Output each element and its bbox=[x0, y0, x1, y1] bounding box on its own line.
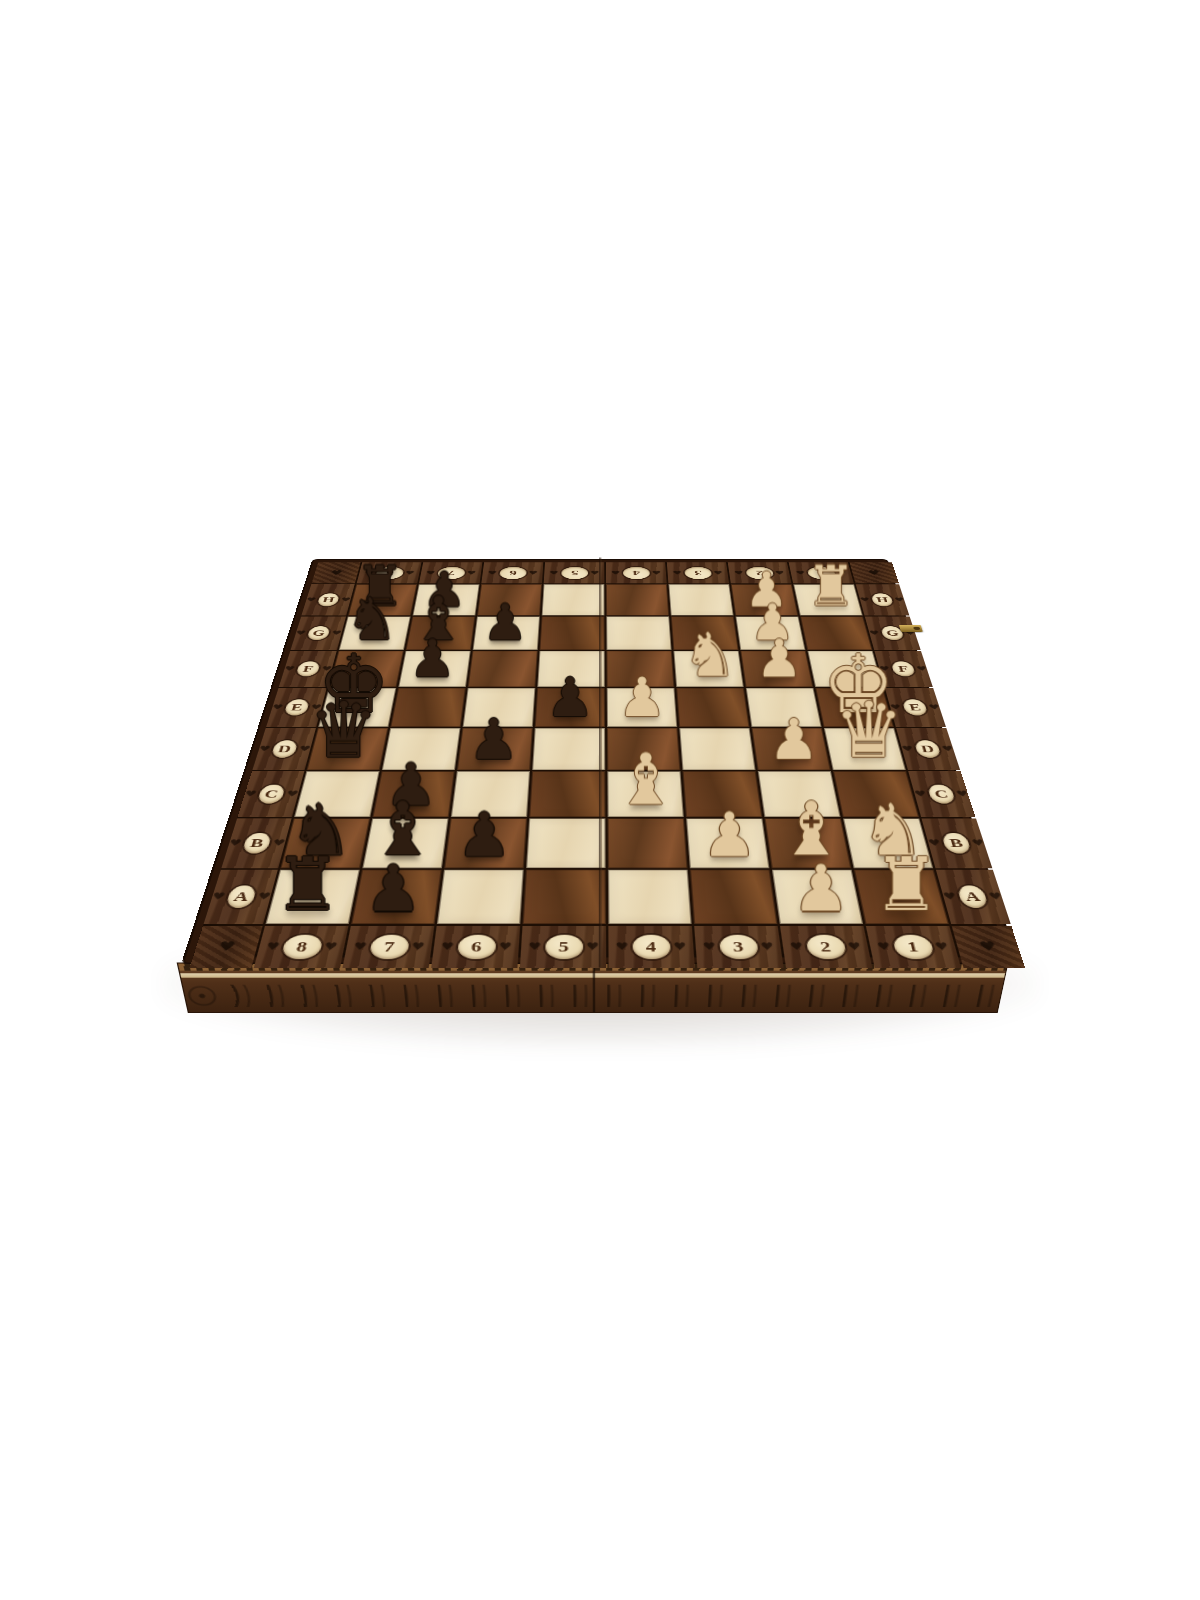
heart-motif: ♥ bbox=[549, 570, 559, 576]
heart-motif: ♥ bbox=[941, 744, 955, 752]
heart-motif: ♥ bbox=[411, 941, 426, 953]
square-d6[interactable]: ♟ bbox=[457, 728, 533, 770]
square-d1[interactable]: ♛ bbox=[824, 728, 906, 770]
heart-motif: ♥ bbox=[228, 838, 243, 848]
product-photo-canvas: ♥♥8♥♥7♥♥6♥♥5♥♥4♥♥3♥♥2♥♥1♥♥♥H♥♜♟♟♜♥H♥♥G♥♞… bbox=[0, 0, 1200, 1600]
heart-motif: ♥ bbox=[353, 941, 368, 953]
rank-label-5-front-cell: ♥5♥ bbox=[520, 926, 606, 968]
rank-label-2-front-cell: ♥2♥ bbox=[780, 926, 872, 968]
heart-motif: ♥ bbox=[673, 941, 687, 953]
rank-label-4-back-cell: ♥4♥ bbox=[606, 562, 667, 583]
heart-motif: ♥ bbox=[970, 838, 985, 848]
piece-bP-d6[interactable]: ♟ bbox=[468, 712, 518, 768]
rank-label-3-front-cell: ♥3♥ bbox=[694, 926, 783, 968]
heart-motif: ♥ bbox=[528, 941, 542, 953]
heart-motif: ♥ bbox=[615, 941, 628, 953]
heart-motif: ♥ bbox=[323, 941, 339, 953]
square-g4[interactable] bbox=[606, 616, 671, 649]
file-label-E-right: E bbox=[901, 699, 928, 715]
file-label-H-right-cell: ♥H♥ bbox=[856, 584, 910, 615]
square-a7[interactable]: ♟ bbox=[351, 870, 442, 924]
heart-motif: ♥ bbox=[440, 941, 454, 953]
frame-corner-back-left: ♥ bbox=[312, 562, 361, 583]
heart-motif: ♥ bbox=[867, 569, 881, 577]
heart-motif: ♥ bbox=[258, 744, 272, 752]
rank-label-8-front-cell: ♥8♥ bbox=[254, 926, 349, 968]
square-c5[interactable] bbox=[529, 771, 605, 817]
heart-motif: ♥ bbox=[789, 941, 804, 953]
piece-wP-e4[interactable]: ♟ bbox=[618, 671, 666, 725]
square-a4[interactable] bbox=[608, 870, 692, 924]
piece-bP-f7[interactable]: ♟ bbox=[409, 633, 456, 685]
rank-label-7-front: 7 bbox=[368, 934, 410, 958]
heart-motif: ♥ bbox=[331, 630, 343, 637]
rank-label-4-front: 4 bbox=[632, 934, 671, 958]
square-a6[interactable] bbox=[437, 870, 524, 924]
heart-motif: ♥ bbox=[942, 891, 958, 902]
piece-wP-a2[interactable]: ♟ bbox=[792, 857, 850, 921]
heart-motif: ♥ bbox=[987, 891, 1003, 902]
piece-bP-b6[interactable]: ♟ bbox=[457, 805, 512, 866]
heart-motif: ♥ bbox=[868, 630, 880, 637]
heart-motif: ♥ bbox=[859, 597, 870, 603]
file-label-D-right-cell: ♥D♥ bbox=[896, 728, 960, 770]
square-d2[interactable]: ♟ bbox=[752, 728, 831, 770]
piece-wR-a1[interactable]: ♜ bbox=[874, 848, 940, 922]
file-label-H-left: H bbox=[317, 593, 341, 606]
square-f7[interactable]: ♟ bbox=[398, 651, 470, 687]
rank-label-7-front-cell: ♥7♥ bbox=[342, 926, 434, 968]
square-h4[interactable] bbox=[606, 584, 669, 615]
file-label-D-right: D bbox=[913, 740, 941, 757]
heart-motif: ♥ bbox=[265, 941, 281, 953]
square-h5[interactable] bbox=[542, 584, 605, 615]
piece-wP-b3[interactable]: ♟ bbox=[702, 805, 757, 866]
square-b6[interactable]: ♟ bbox=[444, 818, 527, 868]
square-e3[interactable] bbox=[676, 688, 749, 727]
heart-motif: ♥ bbox=[702, 941, 716, 953]
heart-motif: ♥ bbox=[528, 570, 538, 576]
heart-motif: ♥ bbox=[652, 570, 662, 576]
rank-label-2-front: 2 bbox=[805, 934, 847, 958]
heart-motif: ♥ bbox=[498, 941, 512, 953]
piece-bP-g6[interactable]: ♟ bbox=[483, 598, 528, 648]
heart-motif: ♥ bbox=[934, 941, 950, 953]
frame-corner-front-left: ♥ bbox=[190, 926, 263, 968]
square-b4[interactable] bbox=[608, 818, 688, 868]
rank-label-6-back: 6 bbox=[499, 567, 527, 579]
rank-label-3-back: 3 bbox=[684, 567, 712, 579]
piece-wR-h1[interactable]: ♜ bbox=[806, 559, 856, 615]
heart-motif: ♥ bbox=[847, 941, 862, 953]
heart-motif: ♥ bbox=[243, 789, 257, 798]
square-d3[interactable] bbox=[679, 728, 755, 770]
square-c4[interactable]: ♝ bbox=[607, 771, 684, 817]
heart-motif: ♥ bbox=[283, 665, 295, 672]
board-front-edge bbox=[177, 963, 1009, 1013]
piece-bR-a8[interactable]: ♜ bbox=[275, 848, 341, 922]
rank-label-6-front: 6 bbox=[456, 934, 496, 958]
square-f3[interactable]: ♞ bbox=[674, 651, 744, 687]
frame-corner-back-right: ♥ bbox=[850, 562, 899, 583]
square-a1[interactable]: ♜ bbox=[854, 870, 949, 924]
heart-motif: ♥ bbox=[894, 597, 906, 603]
square-e7[interactable] bbox=[390, 688, 465, 727]
heart-motif: ♥ bbox=[977, 939, 998, 954]
heart-motif: ♥ bbox=[329, 569, 343, 577]
piece-wN-f3[interactable]: ♞ bbox=[683, 625, 737, 686]
square-e5[interactable]: ♟ bbox=[535, 688, 605, 727]
file-label-B-left: B bbox=[242, 833, 273, 854]
brass-clasp bbox=[899, 625, 923, 632]
heart-motif: ♥ bbox=[271, 703, 284, 711]
rank-label-4-back: 4 bbox=[623, 567, 650, 579]
file-label-D-left: D bbox=[271, 740, 299, 757]
rank-label-5-front: 5 bbox=[544, 934, 582, 958]
square-b5[interactable] bbox=[526, 818, 606, 868]
square-a8[interactable]: ♜ bbox=[265, 870, 359, 924]
heart-motif: ♥ bbox=[590, 570, 599, 576]
rank-label-3-front: 3 bbox=[718, 934, 758, 958]
front-edge-seam bbox=[593, 964, 596, 1013]
piece-bQ-d8[interactable]: ♛ bbox=[309, 691, 378, 768]
heart-motif: ♥ bbox=[928, 703, 941, 711]
square-a3[interactable] bbox=[690, 870, 777, 924]
chess-board-scene: ♥♥8♥♥7♥♥6♥♥5♥♥4♥♥3♥♥2♥♥1♥♥♥H♥♜♟♟♜♥H♥♥G♥♞… bbox=[184, 560, 1016, 963]
heart-motif: ♥ bbox=[876, 941, 892, 953]
heart-motif: ♥ bbox=[487, 570, 497, 576]
square-d5[interactable] bbox=[532, 728, 605, 770]
rank-label-1-front-cell: ♥1♥ bbox=[866, 926, 961, 968]
heart-motif: ♥ bbox=[795, 570, 806, 576]
heart-motif: ♥ bbox=[586, 941, 599, 953]
rank-label-6-front-cell: ♥6♥ bbox=[431, 926, 520, 968]
file-label-A-left: A bbox=[225, 885, 258, 908]
square-d8[interactable]: ♛ bbox=[307, 728, 389, 770]
square-h1[interactable]: ♜ bbox=[793, 584, 862, 615]
file-label-E-left: E bbox=[283, 699, 310, 715]
square-h3[interactable] bbox=[668, 584, 733, 615]
rank-label-1-front: 1 bbox=[891, 934, 935, 958]
square-f2[interactable]: ♟ bbox=[740, 651, 813, 687]
heart-motif: ♥ bbox=[734, 570, 744, 576]
heart-motif: ♥ bbox=[611, 570, 620, 576]
heart-motif: ♥ bbox=[955, 789, 969, 798]
piece-wP-f2[interactable]: ♟ bbox=[756, 633, 803, 685]
heart-motif: ♥ bbox=[672, 570, 682, 576]
piece-wP-d2[interactable]: ♟ bbox=[769, 712, 819, 768]
file-label-C-left: C bbox=[257, 784, 287, 803]
heart-motif: ♥ bbox=[216, 939, 237, 954]
file-label-C-right: C bbox=[927, 784, 957, 803]
heart-motif: ♥ bbox=[466, 570, 476, 576]
rank-label-6-back-cell: ♥6♥ bbox=[481, 562, 543, 583]
square-b3[interactable]: ♟ bbox=[686, 818, 769, 868]
heart-motif: ♥ bbox=[405, 570, 415, 576]
square-a5[interactable] bbox=[523, 870, 606, 924]
piece-bP-a7[interactable]: ♟ bbox=[364, 857, 422, 921]
heart-motif: ♥ bbox=[257, 891, 273, 902]
file-label-D-left-cell: ♥D♥ bbox=[252, 728, 316, 770]
piece-bP-e5[interactable]: ♟ bbox=[546, 671, 594, 725]
file-label-A-right-cell: ♥A♥ bbox=[936, 870, 1011, 924]
file-label-H-right: H bbox=[870, 593, 894, 606]
file-label-B-right: B bbox=[941, 833, 972, 854]
file-label-A-right: A bbox=[956, 885, 989, 908]
rank-label-3-back-cell: ♥3♥ bbox=[667, 562, 729, 583]
piece-wB-c4[interactable]: ♝ bbox=[614, 744, 677, 815]
piece-wQ-d1[interactable]: ♛ bbox=[834, 691, 903, 768]
heart-motif: ♥ bbox=[211, 891, 227, 902]
rank-label-8-front: 8 bbox=[280, 934, 323, 958]
heart-motif: ♥ bbox=[295, 630, 307, 637]
rank-label-5-back-cell: ♥5♥ bbox=[544, 562, 605, 583]
square-f6[interactable] bbox=[468, 651, 538, 687]
square-g6[interactable]: ♟ bbox=[473, 616, 540, 649]
rank-label-4-front-cell: ♥4♥ bbox=[608, 926, 695, 968]
heart-motif: ♥ bbox=[915, 665, 928, 672]
square-e4[interactable]: ♟ bbox=[607, 688, 677, 727]
rank-label-5-back: 5 bbox=[561, 567, 588, 579]
square-g5[interactable] bbox=[540, 616, 605, 649]
heart-motif: ♥ bbox=[305, 597, 316, 603]
square-a2[interactable]: ♟ bbox=[772, 870, 863, 924]
heart-motif: ♥ bbox=[760, 941, 775, 953]
heart-motif: ♥ bbox=[713, 570, 723, 576]
